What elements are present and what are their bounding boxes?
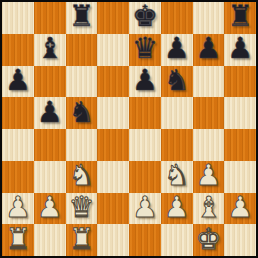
square-c8[interactable]: ♜ bbox=[66, 2, 98, 34]
square-b8[interactable] bbox=[34, 2, 66, 34]
piece-black-pawn[interactable]: ♟ bbox=[164, 34, 190, 63]
square-b5[interactable]: ♟ bbox=[34, 97, 66, 129]
piece-white-knight[interactable]: ♞ bbox=[164, 161, 190, 190]
square-e2[interactable]: ♟ bbox=[129, 193, 161, 225]
square-g6[interactable] bbox=[193, 66, 225, 98]
piece-black-pawn[interactable]: ♟ bbox=[37, 98, 63, 127]
square-a8[interactable] bbox=[2, 2, 34, 34]
piece-black-king[interactable]: ♚ bbox=[132, 2, 158, 31]
piece-black-queen[interactable]: ♛ bbox=[132, 34, 158, 63]
square-g1[interactable]: ♚ bbox=[193, 224, 225, 256]
square-b4[interactable] bbox=[34, 129, 66, 161]
piece-white-bishop[interactable]: ♝ bbox=[195, 193, 221, 222]
square-d2[interactable] bbox=[97, 193, 129, 225]
square-a1[interactable]: ♜ bbox=[2, 224, 34, 256]
square-f3[interactable]: ♞ bbox=[161, 161, 193, 193]
square-c3[interactable]: ♞ bbox=[66, 161, 98, 193]
square-h3[interactable] bbox=[224, 161, 256, 193]
piece-black-rook[interactable]: ♜ bbox=[227, 2, 253, 31]
square-g8[interactable] bbox=[193, 2, 225, 34]
square-h4[interactable] bbox=[224, 129, 256, 161]
square-f6[interactable]: ♞ bbox=[161, 66, 193, 98]
square-a5[interactable] bbox=[2, 97, 34, 129]
piece-white-rook[interactable]: ♜ bbox=[68, 225, 94, 254]
piece-black-rook[interactable]: ♜ bbox=[68, 2, 94, 31]
chess-board: ♜♚♜♝♛♟♟♟♟♟♞♟♞♞♞♟♟♟♛♟♟♝♟♜♜♚ bbox=[2, 2, 256, 256]
square-b3[interactable] bbox=[34, 161, 66, 193]
piece-black-pawn[interactable]: ♟ bbox=[5, 66, 31, 95]
square-h1[interactable] bbox=[224, 224, 256, 256]
piece-white-queen[interactable]: ♛ bbox=[68, 193, 94, 222]
square-h2[interactable]: ♟ bbox=[224, 193, 256, 225]
square-c7[interactable] bbox=[66, 34, 98, 66]
piece-white-rook[interactable]: ♜ bbox=[5, 225, 31, 254]
square-b6[interactable] bbox=[34, 66, 66, 98]
piece-white-pawn[interactable]: ♟ bbox=[195, 161, 221, 190]
square-e8[interactable]: ♚ bbox=[129, 2, 161, 34]
square-d6[interactable] bbox=[97, 66, 129, 98]
piece-white-pawn[interactable]: ♟ bbox=[132, 193, 158, 222]
square-a4[interactable] bbox=[2, 129, 34, 161]
square-h8[interactable]: ♜ bbox=[224, 2, 256, 34]
piece-white-pawn[interactable]: ♟ bbox=[37, 193, 63, 222]
square-b1[interactable] bbox=[34, 224, 66, 256]
square-e3[interactable] bbox=[129, 161, 161, 193]
square-g5[interactable] bbox=[193, 97, 225, 129]
piece-black-pawn[interactable]: ♟ bbox=[132, 66, 158, 95]
piece-white-knight[interactable]: ♞ bbox=[68, 161, 94, 190]
square-h7[interactable]: ♟ bbox=[224, 34, 256, 66]
piece-white-pawn[interactable]: ♟ bbox=[227, 193, 253, 222]
square-g7[interactable]: ♟ bbox=[193, 34, 225, 66]
square-c5[interactable]: ♞ bbox=[66, 97, 98, 129]
square-b7[interactable]: ♝ bbox=[34, 34, 66, 66]
square-e1[interactable] bbox=[129, 224, 161, 256]
square-d3[interactable] bbox=[97, 161, 129, 193]
square-d7[interactable] bbox=[97, 34, 129, 66]
square-h6[interactable] bbox=[224, 66, 256, 98]
square-c4[interactable] bbox=[66, 129, 98, 161]
square-c6[interactable] bbox=[66, 66, 98, 98]
square-e7[interactable]: ♛ bbox=[129, 34, 161, 66]
square-b2[interactable]: ♟ bbox=[34, 193, 66, 225]
square-e5[interactable] bbox=[129, 97, 161, 129]
piece-white-pawn[interactable]: ♟ bbox=[5, 193, 31, 222]
square-c1[interactable]: ♜ bbox=[66, 224, 98, 256]
piece-white-pawn[interactable]: ♟ bbox=[164, 193, 190, 222]
square-e6[interactable]: ♟ bbox=[129, 66, 161, 98]
square-a2[interactable]: ♟ bbox=[2, 193, 34, 225]
piece-black-pawn[interactable]: ♟ bbox=[195, 34, 221, 63]
piece-black-pawn[interactable]: ♟ bbox=[227, 34, 253, 63]
square-e4[interactable] bbox=[129, 129, 161, 161]
square-f4[interactable] bbox=[161, 129, 193, 161]
square-d5[interactable] bbox=[97, 97, 129, 129]
piece-white-king[interactable]: ♚ bbox=[195, 225, 221, 254]
square-a7[interactable] bbox=[2, 34, 34, 66]
square-h5[interactable] bbox=[224, 97, 256, 129]
square-f2[interactable]: ♟ bbox=[161, 193, 193, 225]
square-f7[interactable]: ♟ bbox=[161, 34, 193, 66]
chess-board-frame: ♜♚♜♝♛♟♟♟♟♟♞♟♞♞♞♟♟♟♛♟♟♝♟♜♜♚ bbox=[0, 0, 258, 258]
piece-black-bishop[interactable]: ♝ bbox=[37, 34, 63, 63]
square-d8[interactable] bbox=[97, 2, 129, 34]
square-f5[interactable] bbox=[161, 97, 193, 129]
square-g4[interactable] bbox=[193, 129, 225, 161]
square-c2[interactable]: ♛ bbox=[66, 193, 98, 225]
square-d1[interactable] bbox=[97, 224, 129, 256]
square-g3[interactable]: ♟ bbox=[193, 161, 225, 193]
square-g2[interactable]: ♝ bbox=[193, 193, 225, 225]
square-a3[interactable] bbox=[2, 161, 34, 193]
piece-black-knight[interactable]: ♞ bbox=[68, 98, 94, 127]
square-a6[interactable]: ♟ bbox=[2, 66, 34, 98]
square-d4[interactable] bbox=[97, 129, 129, 161]
piece-black-knight[interactable]: ♞ bbox=[164, 66, 190, 95]
square-f1[interactable] bbox=[161, 224, 193, 256]
square-f8[interactable] bbox=[161, 2, 193, 34]
